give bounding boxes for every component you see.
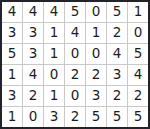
grid-cell[interactable]: 1 xyxy=(2,65,22,85)
grid-cell[interactable]: 5 xyxy=(107,107,127,127)
grid-cell[interactable]: 0 xyxy=(86,44,106,64)
grid-cell[interactable]: 1 xyxy=(44,44,64,64)
grid-cell[interactable]: 0 xyxy=(23,107,43,127)
grid-cell[interactable]: 4 xyxy=(23,65,43,85)
grid-cell[interactable]: 1 xyxy=(44,86,64,106)
grid-cell[interactable]: 1 xyxy=(2,107,22,127)
grid-cell[interactable]: 1 xyxy=(86,23,106,43)
grid-cell[interactable]: 1 xyxy=(44,23,64,43)
grid-cell[interactable]: 4 xyxy=(107,44,127,64)
grid-cell[interactable]: 3 xyxy=(23,44,43,64)
grid-cell[interactable]: 0 xyxy=(86,2,106,22)
grid-cell[interactable]: 3 xyxy=(44,107,64,127)
grid-cell[interactable]: 0 xyxy=(65,44,85,64)
grid-cell[interactable]: 4 xyxy=(44,2,64,22)
grid-cell[interactable]: 5 xyxy=(128,44,148,64)
grid-cell[interactable]: 3 xyxy=(23,23,43,43)
grid-cell[interactable]: 3 xyxy=(107,65,127,85)
grid-cell[interactable]: 5 xyxy=(2,44,22,64)
grid-cell[interactable]: 0 xyxy=(44,65,64,85)
grid-cell[interactable]: 5 xyxy=(107,2,127,22)
grid-cell[interactable]: 5 xyxy=(86,107,106,127)
grid-cell[interactable]: 4 xyxy=(65,23,85,43)
grid-cell[interactable]: 4 xyxy=(128,65,148,85)
grid-cell[interactable]: 0 xyxy=(128,23,148,43)
grid-cell[interactable]: 1 xyxy=(128,2,148,22)
grid-cell[interactable]: 2 xyxy=(86,65,106,85)
grid-cell[interactable]: 5 xyxy=(65,2,85,22)
grid-cell[interactable]: 4 xyxy=(23,2,43,22)
grid-cell[interactable]: 3 xyxy=(86,86,106,106)
grid-cell[interactable]: 0 xyxy=(65,86,85,106)
grid-cell[interactable]: 2 xyxy=(65,65,85,85)
grid-cell[interactable]: 2 xyxy=(107,23,127,43)
grid-cell[interactable]: 2 xyxy=(65,107,85,127)
grid-cell[interactable]: 5 xyxy=(128,107,148,127)
grid-cell[interactable]: 3 xyxy=(2,23,22,43)
grid-cell[interactable]: 2 xyxy=(128,86,148,106)
grid-cell[interactable]: 3 xyxy=(2,86,22,106)
grid-cell[interactable]: 4 xyxy=(2,2,22,22)
grid-cell[interactable]: 2 xyxy=(107,86,127,106)
dominosa-board: 4445051331412053100451402234321032210325… xyxy=(0,0,150,129)
grid-cell[interactable]: 2 xyxy=(23,86,43,106)
